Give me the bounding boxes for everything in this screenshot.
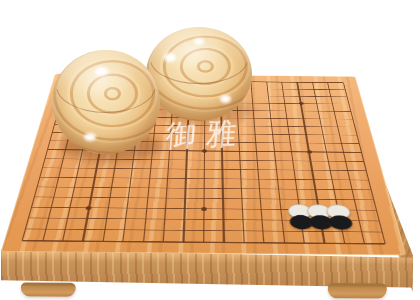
grid-cell bbox=[231, 165, 249, 174]
grid-cell bbox=[301, 156, 320, 165]
grid-cell bbox=[74, 224, 96, 235]
grid-cell bbox=[96, 213, 117, 224]
grid-cell bbox=[155, 214, 175, 225]
grid-cell bbox=[233, 204, 253, 215]
star-point bbox=[306, 150, 312, 153]
grid-cell bbox=[194, 203, 213, 214]
grid-cell bbox=[153, 236, 174, 248]
grid-cell bbox=[54, 224, 76, 235]
board-leg-left bbox=[21, 282, 76, 296]
grid-cell bbox=[302, 165, 322, 174]
grid-cell bbox=[76, 213, 98, 224]
watermark-text: 御雅 bbox=[164, 112, 278, 162]
grid-cell bbox=[194, 225, 214, 237]
star-point bbox=[298, 102, 303, 105]
grid-cell bbox=[59, 202, 80, 213]
grid-cell bbox=[267, 165, 286, 174]
grid-cell bbox=[300, 147, 319, 156]
grid-cell bbox=[336, 157, 356, 166]
grid-cell bbox=[195, 183, 214, 193]
grid-cell bbox=[115, 213, 136, 224]
grid-cell bbox=[213, 174, 231, 184]
grid-cell bbox=[140, 173, 159, 183]
specular-highlight bbox=[84, 133, 96, 141]
grid-cell bbox=[193, 236, 213, 248]
grid-cell bbox=[177, 164, 195, 173]
grid-cell bbox=[283, 156, 302, 165]
grid-cell bbox=[175, 203, 195, 214]
grid-cell bbox=[233, 225, 253, 237]
grid-cell bbox=[158, 173, 177, 183]
grid-cell bbox=[314, 237, 336, 249]
grid-cell bbox=[250, 184, 269, 194]
grid-cell bbox=[278, 115, 296, 123]
grid-cell bbox=[287, 184, 307, 194]
grid-cell bbox=[64, 182, 85, 192]
grid-cell bbox=[319, 156, 338, 165]
grid-cell bbox=[347, 131, 366, 139]
grid-cell bbox=[331, 131, 350, 139]
grid-cell bbox=[324, 100, 342, 108]
grid-cell bbox=[98, 203, 119, 214]
grid-cell bbox=[253, 226, 274, 238]
grid-cell bbox=[85, 173, 105, 183]
grid-cell bbox=[154, 225, 175, 236]
grid-cell bbox=[51, 235, 74, 247]
grid-cell bbox=[139, 183, 159, 193]
grid-cell bbox=[214, 237, 234, 249]
board-leg-right bbox=[328, 283, 387, 299]
grid-cell bbox=[157, 183, 176, 193]
specular-highlight bbox=[95, 67, 108, 76]
grid-cell bbox=[360, 185, 381, 195]
grid-cell bbox=[351, 148, 371, 157]
grid-cell bbox=[332, 139, 351, 148]
go-bowl-right bbox=[146, 27, 252, 121]
grid-cell bbox=[195, 174, 213, 184]
grid-cell bbox=[304, 175, 324, 185]
grid-cell bbox=[213, 165, 231, 174]
grid-cell bbox=[342, 108, 360, 116]
grid-cell bbox=[285, 165, 304, 174]
grid-cell bbox=[177, 174, 196, 184]
grid-cell bbox=[119, 193, 139, 203]
grid-cell bbox=[260, 100, 277, 108]
grid-cell bbox=[373, 238, 396, 250]
grid-cell bbox=[268, 174, 287, 184]
grid-cell bbox=[159, 164, 178, 173]
star-point bbox=[201, 207, 207, 211]
grid-cell bbox=[320, 165, 340, 174]
grid-cell bbox=[156, 203, 176, 214]
grid-cell bbox=[274, 237, 295, 249]
grid-cell bbox=[251, 194, 271, 204]
grid-cell bbox=[252, 215, 272, 226]
grid-cell bbox=[281, 139, 299, 148]
grid-cell bbox=[250, 174, 269, 184]
grid-cell bbox=[363, 195, 384, 205]
grid-cell bbox=[345, 123, 364, 131]
specular-highlight bbox=[220, 95, 231, 103]
grid-cell bbox=[195, 164, 213, 173]
grid-cell bbox=[231, 174, 250, 184]
grid-cell bbox=[297, 131, 315, 139]
grid-cell bbox=[329, 123, 348, 131]
specular-highlight bbox=[194, 38, 204, 45]
grid-cell bbox=[324, 184, 345, 194]
grid-cell bbox=[292, 100, 309, 108]
star-point bbox=[86, 206, 92, 210]
grid-cell bbox=[69, 163, 89, 172]
grid-cell bbox=[254, 237, 275, 249]
grid-cell bbox=[365, 205, 387, 216]
grid-cell bbox=[232, 184, 251, 194]
grid-cell bbox=[174, 214, 194, 225]
grid-cell bbox=[251, 204, 271, 215]
grid-cell bbox=[334, 238, 356, 250]
grid-cell bbox=[195, 193, 214, 203]
grid-cell bbox=[233, 214, 253, 225]
grid-cell bbox=[135, 214, 156, 225]
grid-cell bbox=[214, 225, 234, 237]
grid-cell bbox=[356, 166, 376, 175]
grid-cell bbox=[286, 174, 306, 184]
grid-cell bbox=[232, 194, 251, 204]
grid-cell bbox=[112, 236, 134, 248]
grid-cell bbox=[269, 184, 289, 194]
grid-cell bbox=[349, 139, 368, 148]
grid-cell bbox=[342, 185, 363, 195]
grid-cell bbox=[277, 107, 294, 115]
grid-cell bbox=[213, 183, 232, 193]
grid-cell bbox=[249, 165, 268, 174]
grid-cell bbox=[81, 192, 102, 202]
grid-cell bbox=[117, 203, 138, 214]
grid-cell bbox=[141, 164, 160, 173]
grid-cell bbox=[338, 166, 358, 175]
grid-cell bbox=[293, 107, 310, 115]
grid-cell bbox=[103, 173, 123, 183]
grid-cell bbox=[311, 115, 329, 123]
grid-cell bbox=[214, 204, 233, 215]
grid-cell bbox=[87, 163, 107, 172]
grid-cell bbox=[314, 131, 333, 139]
grid-cell bbox=[123, 164, 142, 173]
grid-cell bbox=[121, 173, 140, 183]
grid-cell bbox=[317, 148, 336, 157]
grid-cell bbox=[114, 224, 135, 235]
grid-cell bbox=[94, 224, 116, 235]
grid-cell bbox=[358, 175, 379, 185]
grid-cell bbox=[213, 193, 232, 203]
grid-cell bbox=[66, 173, 86, 183]
grid-cell bbox=[173, 236, 194, 248]
grid-cell bbox=[308, 100, 325, 108]
grid-cell bbox=[322, 175, 342, 185]
go-bowl-left bbox=[52, 50, 160, 154]
grid-cell bbox=[174, 225, 194, 237]
goban-product-photo: ●●●●●● 御雅 bbox=[0, 0, 420, 300]
grid-cell bbox=[92, 235, 114, 247]
grid-cell bbox=[280, 131, 298, 139]
grid-cell bbox=[344, 115, 362, 123]
specular-highlight bbox=[164, 53, 176, 62]
grid-cell bbox=[312, 123, 330, 131]
grid-cell bbox=[214, 214, 234, 225]
grid-cell bbox=[326, 107, 344, 115]
grid-cell bbox=[315, 139, 334, 148]
grid-cell bbox=[327, 115, 345, 123]
grid-cell bbox=[83, 182, 103, 192]
grid-cell bbox=[295, 115, 313, 123]
grid-cell bbox=[100, 192, 120, 202]
grid-cell bbox=[157, 193, 177, 203]
grid-cell bbox=[296, 123, 314, 131]
grid-cell bbox=[101, 183, 121, 193]
grid-cell bbox=[176, 183, 195, 193]
grid-cell bbox=[72, 235, 94, 247]
grid-cell bbox=[138, 193, 158, 203]
grid-cell bbox=[57, 213, 79, 224]
grid-cell bbox=[120, 183, 140, 193]
grid-cell bbox=[340, 100, 358, 108]
grid-cell bbox=[176, 193, 195, 203]
grid-cell bbox=[194, 214, 214, 225]
grid-cell: ● bbox=[329, 215, 351, 226]
grid-cell bbox=[294, 237, 316, 249]
grid-cell bbox=[276, 100, 293, 108]
grid-cell bbox=[371, 227, 394, 239]
grid-cell bbox=[279, 122, 297, 130]
grid-cell bbox=[334, 148, 353, 157]
grid-cell bbox=[134, 225, 155, 236]
grid-cell bbox=[78, 202, 99, 213]
grid-cell bbox=[234, 237, 255, 249]
grid-cell bbox=[354, 157, 374, 166]
grid-cell bbox=[305, 184, 325, 194]
grid-cell bbox=[368, 216, 390, 227]
grid-cell bbox=[309, 107, 327, 115]
grid-cell bbox=[105, 164, 124, 173]
black-stone: ● bbox=[325, 211, 355, 230]
grid-cell bbox=[133, 236, 154, 248]
grid-cell bbox=[340, 175, 360, 185]
grid-cell bbox=[62, 192, 83, 202]
grid-cell bbox=[282, 147, 301, 156]
grid-cell bbox=[298, 139, 317, 148]
grid-cell bbox=[136, 203, 156, 214]
